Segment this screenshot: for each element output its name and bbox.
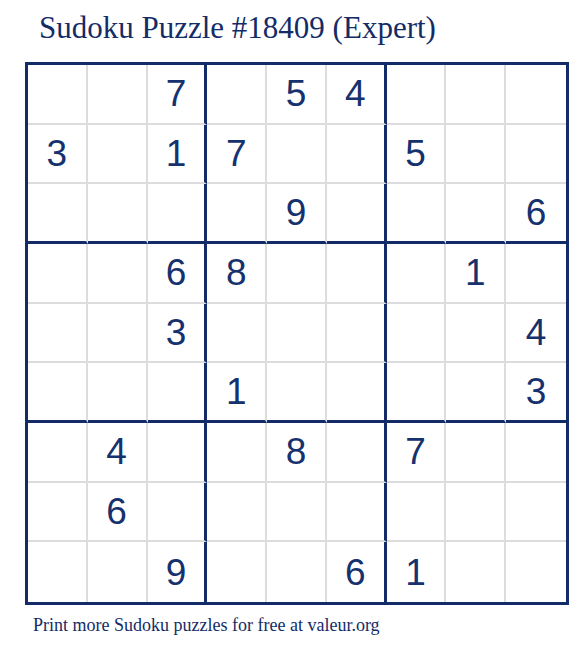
sudoku-cell-r3c6[interactable] — [327, 184, 387, 244]
sudoku-cell-r7c8[interactable] — [446, 423, 506, 483]
sudoku-cell-r6c4[interactable]: 1 — [207, 363, 267, 423]
sudoku-cell-r6c9[interactable]: 3 — [506, 363, 566, 423]
sudoku-grid: 75431759668134134876961 — [25, 62, 569, 605]
sudoku-cell-r3c4[interactable] — [207, 184, 267, 244]
sudoku-cell-r4c5[interactable] — [267, 244, 327, 304]
sudoku-cell-r2c9[interactable] — [506, 125, 566, 185]
sudoku-cell-r9c5[interactable] — [267, 542, 327, 602]
sudoku-cell-r1c2[interactable] — [88, 65, 148, 125]
sudoku-cell-r1c4[interactable] — [207, 65, 267, 125]
sudoku-cell-r7c5[interactable]: 8 — [267, 423, 327, 483]
page-title: Sudoku Puzzle #18409 (Expert) — [39, 10, 436, 46]
sudoku-cell-r7c7[interactable]: 7 — [387, 423, 447, 483]
sudoku-cell-r5c8[interactable] — [446, 304, 506, 364]
sudoku-cell-r4c4[interactable]: 8 — [207, 244, 267, 304]
sudoku-cell-r9c6[interactable]: 6 — [327, 542, 387, 602]
sudoku-cell-r9c8[interactable] — [446, 542, 506, 602]
sudoku-cell-r2c6[interactable] — [327, 125, 387, 185]
sudoku-cell-r3c7[interactable] — [387, 184, 447, 244]
sudoku-cell-r5c9[interactable]: 4 — [506, 304, 566, 364]
sudoku-cell-r4c1[interactable] — [28, 244, 88, 304]
sudoku-cell-r5c2[interactable] — [88, 304, 148, 364]
sudoku-cell-r2c5[interactable] — [267, 125, 327, 185]
sudoku-cell-r4c7[interactable] — [387, 244, 447, 304]
sudoku-cell-r8c7[interactable] — [387, 483, 447, 543]
sudoku-cell-r2c4[interactable]: 7 — [207, 125, 267, 185]
sudoku-cell-r8c5[interactable] — [267, 483, 327, 543]
sudoku-cell-r7c1[interactable] — [28, 423, 88, 483]
sudoku-cell-r3c9[interactable]: 6 — [506, 184, 566, 244]
sudoku-cell-r5c7[interactable] — [387, 304, 447, 364]
sudoku-cell-r7c4[interactable] — [207, 423, 267, 483]
sudoku-cell-r9c2[interactable] — [88, 542, 148, 602]
sudoku-cell-r2c8[interactable] — [446, 125, 506, 185]
sudoku-cell-r3c3[interactable] — [148, 184, 208, 244]
sudoku-cell-r5c6[interactable] — [327, 304, 387, 364]
sudoku-cell-r8c2[interactable]: 6 — [88, 483, 148, 543]
sudoku-cell-r9c1[interactable] — [28, 542, 88, 602]
sudoku-cell-r1c1[interactable] — [28, 65, 88, 125]
sudoku-cell-r6c7[interactable] — [387, 363, 447, 423]
sudoku-cell-r6c2[interactable] — [88, 363, 148, 423]
sudoku-cell-r1c9[interactable] — [506, 65, 566, 125]
footer-text: Print more Sudoku puzzles for free at va… — [33, 615, 380, 636]
sudoku-cell-r8c9[interactable] — [506, 483, 566, 543]
sudoku-cell-r2c2[interactable] — [88, 125, 148, 185]
sudoku-cell-r2c7[interactable]: 5 — [387, 125, 447, 185]
sudoku-cell-r8c4[interactable] — [207, 483, 267, 543]
sudoku-cell-r8c3[interactable] — [148, 483, 208, 543]
sudoku-cell-r2c1[interactable]: 3 — [28, 125, 88, 185]
sudoku-cell-r3c8[interactable] — [446, 184, 506, 244]
sudoku-cell-r6c3[interactable] — [148, 363, 208, 423]
sudoku-cell-r9c9[interactable] — [506, 542, 566, 602]
sudoku-cell-r9c3[interactable]: 9 — [148, 542, 208, 602]
sudoku-cell-r4c9[interactable] — [506, 244, 566, 304]
sudoku-cell-r4c6[interactable] — [327, 244, 387, 304]
sudoku-cell-r7c9[interactable] — [506, 423, 566, 483]
sudoku-cell-r8c6[interactable] — [327, 483, 387, 543]
sudoku-cell-r3c5[interactable]: 9 — [267, 184, 327, 244]
sudoku-cell-r3c2[interactable] — [88, 184, 148, 244]
sudoku-cell-r4c8[interactable]: 1 — [446, 244, 506, 304]
sudoku-cell-r6c5[interactable] — [267, 363, 327, 423]
sudoku-cell-r7c6[interactable] — [327, 423, 387, 483]
sudoku-cell-r5c5[interactable] — [267, 304, 327, 364]
sudoku-cell-r5c3[interactable]: 3 — [148, 304, 208, 364]
sudoku-cell-r1c8[interactable] — [446, 65, 506, 125]
sudoku-cell-r6c8[interactable] — [446, 363, 506, 423]
sudoku-cell-r8c1[interactable] — [28, 483, 88, 543]
sudoku-cell-r9c4[interactable] — [207, 542, 267, 602]
sudoku-cell-r1c5[interactable]: 5 — [267, 65, 327, 125]
sudoku-cell-r4c2[interactable] — [88, 244, 148, 304]
sudoku-cell-r4c3[interactable]: 6 — [148, 244, 208, 304]
sudoku-cell-r5c4[interactable] — [207, 304, 267, 364]
sudoku-cell-r1c6[interactable]: 4 — [327, 65, 387, 125]
sudoku-cell-r7c2[interactable]: 4 — [88, 423, 148, 483]
sudoku-cell-r9c7[interactable]: 1 — [387, 542, 447, 602]
sudoku-cell-r6c6[interactable] — [327, 363, 387, 423]
sudoku-cell-r1c3[interactable]: 7 — [148, 65, 208, 125]
sudoku-cell-r6c1[interactable] — [28, 363, 88, 423]
sudoku-cell-r3c1[interactable] — [28, 184, 88, 244]
sudoku-cell-r8c8[interactable] — [446, 483, 506, 543]
sudoku-page: Sudoku Puzzle #18409 (Expert) 7543175966… — [0, 0, 580, 651]
sudoku-cell-r1c7[interactable] — [387, 65, 447, 125]
sudoku-cell-r2c3[interactable]: 1 — [148, 125, 208, 185]
sudoku-cell-r7c3[interactable] — [148, 423, 208, 483]
sudoku-cell-r5c1[interactable] — [28, 304, 88, 364]
